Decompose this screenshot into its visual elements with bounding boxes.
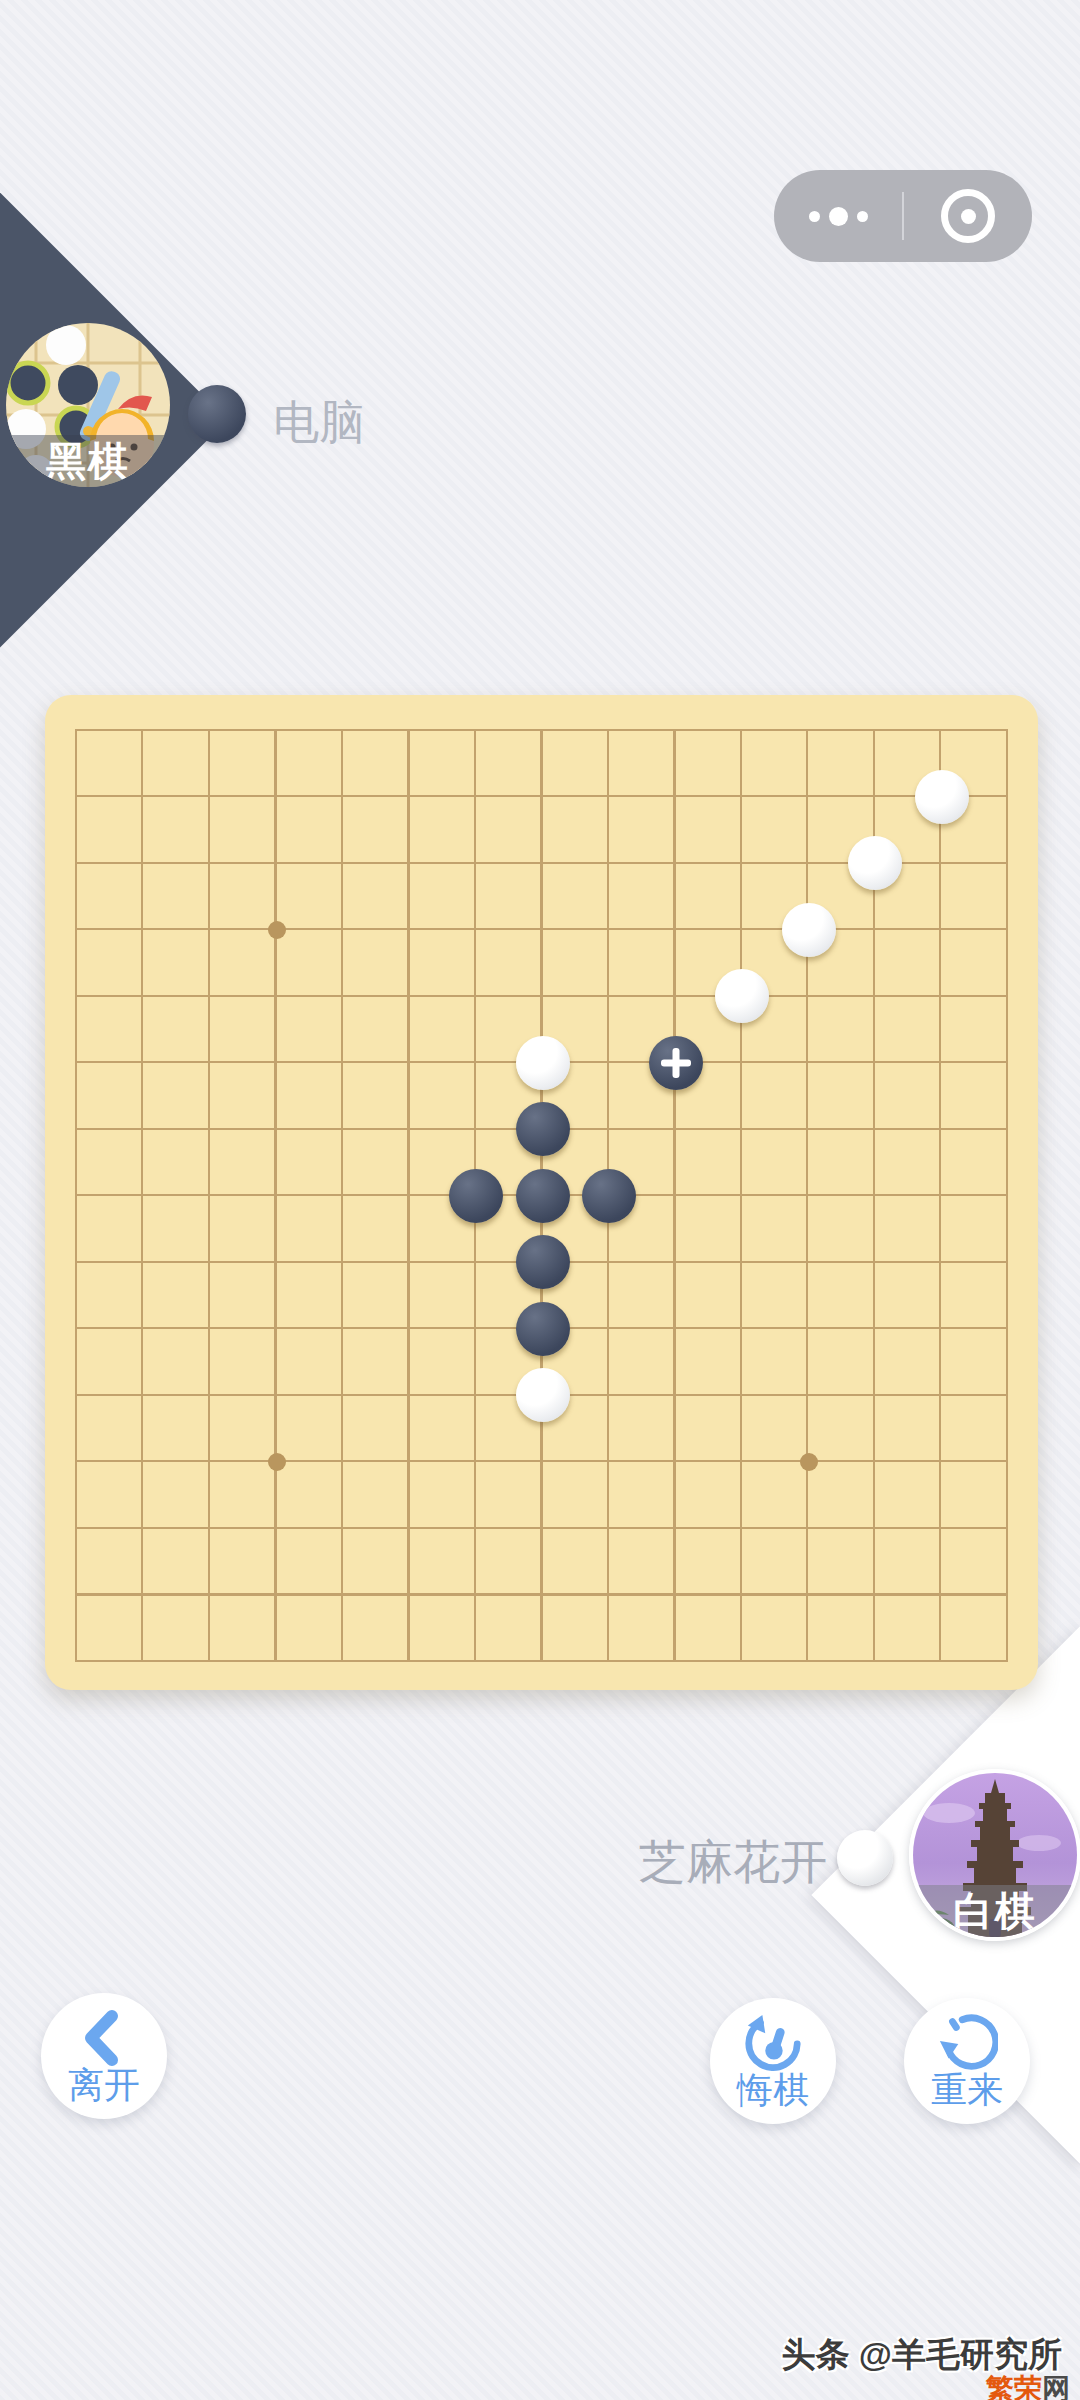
undo-hand-rotate-icon [742, 2012, 804, 2074]
restart-button[interactable]: 重来 [904, 1998, 1030, 2124]
bottom-player-name: 芝麻花开 [639, 1831, 827, 1894]
restart-arrow-icon [936, 2012, 998, 2074]
more-options-button[interactable] [774, 170, 902, 262]
game-screen: 黑棋 电脑 芝麻花开 [0, 0, 1080, 2400]
restart-label: 重来 [931, 2072, 1003, 2108]
white-stone-indicator [837, 1830, 893, 1886]
white-stone [775, 896, 842, 963]
gomoku-board[interactable] [45, 695, 1038, 1690]
more-dots-icon [857, 211, 868, 222]
circle-target-icon [941, 189, 995, 243]
white-player-avatar: 白棋 [909, 1769, 1080, 1941]
close-minimize-button[interactable] [904, 170, 1032, 262]
black-stone [509, 1295, 576, 1362]
black-stone-indicator [188, 385, 246, 443]
leave-label: 离开 [68, 2067, 140, 2103]
white-stone [842, 830, 909, 897]
more-dots-icon [809, 211, 820, 222]
more-dots-icon [829, 207, 848, 226]
star-point [243, 1428, 310, 1495]
watermark: 头条 @羊毛研究所 繁荣网 [781, 2332, 1062, 2400]
crosshair-icon [649, 1036, 703, 1090]
white-stone [709, 963, 776, 1030]
black-stone [509, 1229, 576, 1296]
undo-label: 悔棋 [737, 2072, 809, 2108]
leave-button[interactable]: 离开 [41, 1993, 167, 2119]
black-stone [509, 1096, 576, 1163]
white-stone [509, 1362, 576, 1429]
black-player-avatar: 黑棋 [6, 323, 170, 487]
white-stone [509, 1029, 576, 1096]
top-player-name: 电脑 [273, 392, 365, 454]
star-point [775, 1428, 842, 1495]
board-intersections[interactable] [44, 697, 1042, 1695]
black-stone [443, 1162, 510, 1229]
undo-move-button[interactable]: 悔棋 [710, 1998, 836, 2124]
black-stone [509, 1162, 576, 1229]
white-stone [908, 763, 975, 830]
star-point [243, 896, 310, 963]
miniprogram-capsule [774, 170, 1032, 262]
black-stone [576, 1162, 643, 1229]
back-chevron-icon [76, 2007, 132, 2069]
last-move-stone [642, 1029, 709, 1096]
